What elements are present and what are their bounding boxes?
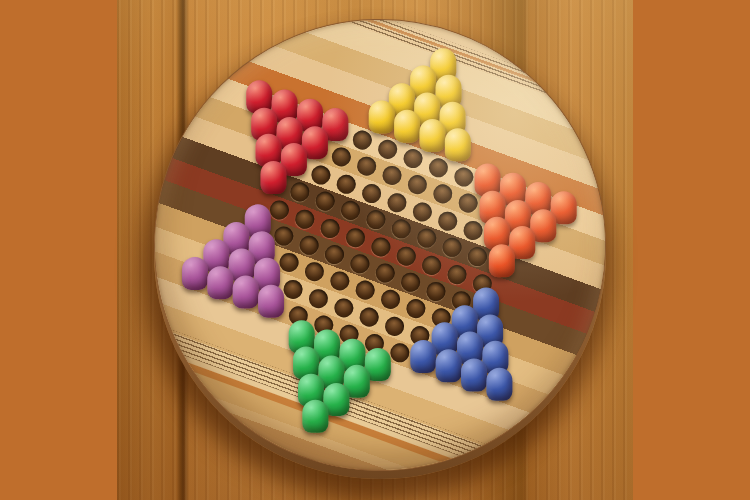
board-hole-r5c7[interactable]: [430, 182, 454, 206]
board-hole-r9c1[interactable]: [272, 224, 296, 248]
board-hole-r7c8[interactable]: [465, 244, 489, 268]
board-hole-r6c4[interactable]: [359, 181, 383, 205]
board-hole-r8c3[interactable]: [343, 225, 367, 249]
peg-purple[interactable]: [207, 266, 233, 299]
board-hole-r7c6[interactable]: [414, 226, 438, 250]
board-hole-r9c3[interactable]: [322, 242, 346, 266]
peg-blue[interactable]: [436, 349, 462, 382]
board-hole-r11c5[interactable]: [332, 295, 356, 319]
board-hole-r5c3[interactable]: [329, 145, 353, 169]
board-hole-r5c4[interactable]: [354, 154, 378, 178]
board-hole-r10c6[interactable]: [378, 287, 402, 311]
peg-yellow[interactable]: [368, 100, 394, 133]
board-hole-r10c7[interactable]: [403, 297, 427, 321]
board-hole-r6c5[interactable]: [384, 190, 408, 214]
board-hole-r4c7[interactable]: [426, 155, 450, 179]
board-hole-r9c7[interactable]: [424, 279, 448, 303]
peg-yellow[interactable]: [394, 109, 420, 142]
peg-purple[interactable]: [182, 257, 208, 290]
board-hole-r4c6[interactable]: [400, 146, 424, 170]
peg-purple[interactable]: [233, 275, 259, 308]
board-hole-r8c4[interactable]: [368, 234, 392, 258]
board-hole-r6c2[interactable]: [308, 162, 332, 186]
board-hole-r7c2[interactable]: [313, 189, 337, 213]
board-hole-r11c3[interactable]: [281, 277, 305, 301]
board-hole-r8c6[interactable]: [419, 253, 443, 277]
board-hole-r7c3[interactable]: [338, 198, 362, 222]
peg-orange[interactable]: [488, 244, 514, 277]
board-hole-r10c3[interactable]: [302, 260, 326, 284]
board-hole-r11c7[interactable]: [382, 314, 406, 338]
board-hole-r8c5[interactable]: [394, 243, 418, 267]
board-hole-r7c4[interactable]: [364, 207, 388, 231]
peg-purple[interactable]: [258, 284, 284, 317]
peg-blue[interactable]: [410, 340, 436, 373]
board-hole-r9c6[interactable]: [398, 270, 422, 294]
board-hole-r11c6[interactable]: [357, 305, 381, 329]
board-hole-r9c2[interactable]: [297, 233, 321, 257]
board-hole-r6c8[interactable]: [461, 218, 485, 242]
board-hole-r5c5[interactable]: [380, 164, 404, 188]
board-hole-r6c6[interactable]: [410, 199, 434, 223]
board-hole-r7c5[interactable]: [389, 217, 413, 241]
board-hole-r4c8[interactable]: [451, 165, 475, 189]
board-hole-r11c4[interactable]: [306, 286, 330, 310]
scene: [0, 0, 750, 500]
peg-green[interactable]: [302, 400, 328, 433]
peg-blue[interactable]: [487, 367, 513, 400]
board-hole-r4c4[interactable]: [350, 128, 374, 152]
peg-blue[interactable]: [461, 358, 487, 391]
board-hole-r5c6[interactable]: [405, 173, 429, 197]
peg-red[interactable]: [260, 161, 286, 194]
board-hole-r6c3[interactable]: [334, 172, 358, 196]
peg-yellow[interactable]: [419, 119, 445, 152]
board-hole-r7c7[interactable]: [440, 235, 464, 259]
board-hole-r7c1[interactable]: [288, 180, 312, 204]
board-hole-r9c4[interactable]: [348, 251, 372, 275]
board-hole-r8c2[interactable]: [318, 216, 342, 240]
board-hole-r8c1[interactable]: [292, 206, 316, 230]
board-hole-r5c8[interactable]: [456, 191, 480, 215]
board-hole-r10c5[interactable]: [352, 278, 376, 302]
peg-yellow[interactable]: [444, 128, 470, 161]
board-hole-r8c7[interactable]: [445, 262, 469, 286]
board-hole-r6c7[interactable]: [435, 209, 459, 233]
board-hole-r10c4[interactable]: [327, 269, 351, 293]
board-hole-r9c5[interactable]: [373, 261, 397, 285]
board-hole-r4c5[interactable]: [375, 137, 399, 161]
